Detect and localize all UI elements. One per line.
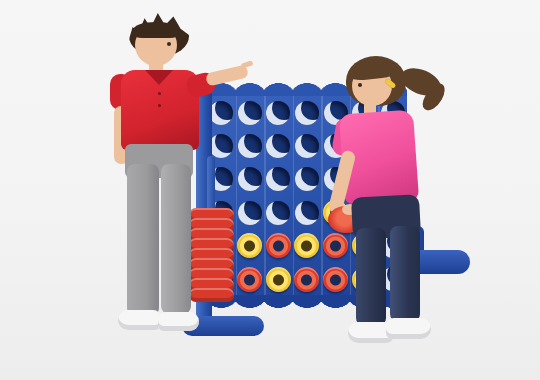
board-cell-r5c4 <box>293 229 322 262</box>
empty-hole <box>266 134 290 158</box>
yellow-disc <box>266 267 291 292</box>
boy-right-leg <box>161 164 191 314</box>
empty-hole <box>295 201 319 225</box>
boy-pointing-finger <box>241 60 254 68</box>
boy-shirt-button <box>158 92 161 95</box>
boy-left-shoe <box>118 310 161 330</box>
board-cell-r4c4 <box>293 196 322 229</box>
board-cell-r6c4 <box>293 263 322 296</box>
board-cell-r5c3 <box>264 229 293 262</box>
empty-hole <box>295 134 319 158</box>
board-cell-r2c3 <box>264 129 293 162</box>
board-cell-r2c4 <box>293 129 322 162</box>
empty-hole <box>295 101 319 125</box>
board-cell-r1c4 <box>293 96 322 129</box>
girl-right-leg <box>390 226 420 322</box>
boy-figure <box>103 12 253 337</box>
scene <box>0 0 540 380</box>
board-cell-r1c3 <box>264 96 293 129</box>
boy-eye <box>167 42 171 46</box>
yellow-disc <box>294 233 319 258</box>
empty-hole <box>295 167 319 191</box>
board-cell-r6c3 <box>264 263 293 296</box>
board-cell-r3c4 <box>293 163 322 196</box>
boy-right-shoe <box>158 312 199 331</box>
empty-hole <box>266 167 290 191</box>
red-disc <box>294 267 319 292</box>
boy-left-leg <box>127 164 159 316</box>
empty-hole <box>266 201 290 225</box>
board-cell-r4c3 <box>264 196 293 229</box>
empty-hole <box>266 101 290 125</box>
boy-shirt-button <box>158 104 161 107</box>
girl-figure <box>328 56 450 352</box>
girl-left-leg <box>356 228 386 326</box>
board-cell-r3c3 <box>264 163 293 196</box>
girl-right-shoe <box>386 318 431 339</box>
boy-hair-fringe <box>133 22 179 38</box>
girl-eye <box>358 83 362 87</box>
red-disc <box>266 233 291 258</box>
